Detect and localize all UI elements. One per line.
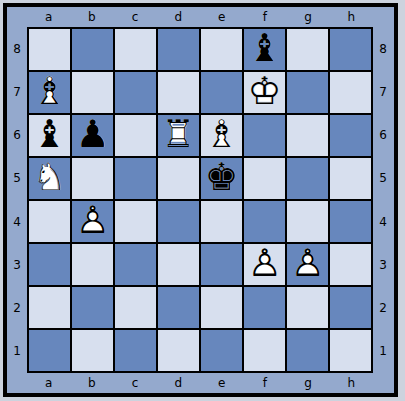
file-label-a: a [27,7,70,27]
black-king[interactable]: ♔♚ [201,158,242,199]
file-label-h: h [330,7,373,27]
file-label-f: f [243,7,286,27]
square-g1[interactable] [287,330,328,371]
square-d3[interactable] [158,244,199,285]
square-a2[interactable] [29,287,70,328]
square-b5[interactable] [72,158,113,199]
square-g6[interactable] [287,115,328,156]
rank-label-8: 8 [7,27,27,70]
white-bishop[interactable]: ♝♗ [201,115,242,156]
square-a8[interactable] [29,29,70,70]
square-e7[interactable] [201,72,242,113]
file-label-b: b [70,373,113,393]
white-king-outline: ♔ [247,72,281,110]
white-rook[interactable]: ♜♖ [158,115,199,156]
rank-label-8: 8 [373,27,393,70]
rank-labels-left: 87654321 [7,27,27,373]
square-g3[interactable]: ♟♙ [287,244,328,285]
rank-label-2: 2 [373,287,393,330]
square-c6[interactable] [115,115,156,156]
white-rook-fill: ♜ [161,115,195,153]
square-e3[interactable] [201,244,242,285]
square-d1[interactable] [158,330,199,371]
square-a6[interactable]: ♗♝ [29,115,70,156]
white-knight[interactable]: ♞♘ [29,158,70,199]
square-b4[interactable]: ♟♙ [72,201,113,242]
square-g8[interactable] [287,29,328,70]
square-b6[interactable]: ♙♟ [72,115,113,156]
file-label-d: d [157,373,200,393]
rank-label-6: 6 [373,114,393,157]
square-f8[interactable]: ♗♝ [244,29,285,70]
rank-label-5: 5 [7,157,27,200]
square-h4[interactable] [330,201,371,242]
file-label-c: c [114,373,157,393]
file-labels-bottom: abcdefgh [7,373,394,393]
file-label-b: b [70,7,113,27]
white-pawn[interactable]: ♟♙ [244,244,285,285]
black-pawn-outline: ♙ [75,115,109,153]
square-b3[interactable] [72,244,113,285]
square-h7[interactable] [330,72,371,113]
square-h5[interactable] [330,158,371,199]
white-pawn-fill: ♟ [247,244,281,282]
file-label-g: g [287,7,330,27]
white-bishop-outline: ♗ [204,115,238,153]
rank-label-7: 7 [373,70,393,113]
black-king-fill: ♚ [204,158,238,196]
black-bishop-fill: ♝ [32,115,66,153]
square-b1[interactable] [72,330,113,371]
white-pawn-outline: ♙ [290,244,324,282]
rank-label-6: 6 [7,114,27,157]
square-f6[interactable] [244,115,285,156]
rank-label-3: 3 [7,243,27,286]
white-pawn[interactable]: ♟♙ [72,201,113,242]
white-king[interactable]: ♚♔ [244,72,285,113]
black-king-outline: ♔ [204,158,238,196]
white-pawn-fill: ♟ [290,244,324,282]
square-d6[interactable]: ♜♖ [158,115,199,156]
file-label-g: g [287,373,330,393]
square-d7[interactable] [158,72,199,113]
black-bishop-outline: ♗ [32,115,66,153]
square-f3[interactable]: ♟♙ [244,244,285,285]
square-g7[interactable] [287,72,328,113]
black-bishop-outline: ♗ [247,29,281,67]
white-pawn[interactable]: ♟♙ [287,244,328,285]
file-label-h: h [330,373,373,393]
board-frame: abcdefgh 87654321 ♗♝♝♗♚♔♗♝♙♟♜♖♝♗♞♘♔♚♟♙♟♙… [3,3,398,397]
rank-label-2: 2 [7,287,27,330]
square-e1[interactable] [201,330,242,371]
rank-label-3: 3 [373,243,393,286]
black-bishop[interactable]: ♗♝ [244,29,285,70]
square-c1[interactable] [115,330,156,371]
square-a7[interactable]: ♝♗ [29,72,70,113]
square-h1[interactable] [330,330,371,371]
black-pawn-fill: ♟ [75,115,109,153]
white-pawn-outline: ♙ [75,201,109,239]
black-bishop[interactable]: ♗♝ [29,115,70,156]
square-a4[interactable] [29,201,70,242]
square-c3[interactable] [115,244,156,285]
square-d8[interactable] [158,29,199,70]
square-g5[interactable] [287,158,328,199]
square-c2[interactable] [115,287,156,328]
file-label-c: c [114,7,157,27]
square-d2[interactable] [158,287,199,328]
file-label-d: d [157,7,200,27]
square-b8[interactable] [72,29,113,70]
black-pawn[interactable]: ♙♟ [72,115,113,156]
white-bishop-fill: ♝ [32,72,66,110]
square-e8[interactable] [201,29,242,70]
file-labels-top: abcdefgh [7,7,394,27]
white-knight-outline: ♘ [32,158,66,196]
square-a3[interactable] [29,244,70,285]
square-c4[interactable] [115,201,156,242]
square-e2[interactable] [201,287,242,328]
white-rook-outline: ♖ [161,115,195,153]
file-label-e: e [200,7,243,27]
square-b7[interactable] [72,72,113,113]
square-f4[interactable] [244,201,285,242]
square-e4[interactable] [201,201,242,242]
rank-label-5: 5 [373,157,393,200]
square-a5[interactable]: ♞♘ [29,158,70,199]
file-label-f: f [243,373,286,393]
square-e6[interactable]: ♝♗ [201,115,242,156]
black-bishop-fill: ♝ [247,29,281,67]
square-g2[interactable] [287,287,328,328]
square-f5[interactable] [244,158,285,199]
square-a1[interactable] [29,330,70,371]
square-f1[interactable] [244,330,285,371]
square-d4[interactable] [158,201,199,242]
rank-label-1: 1 [373,330,393,373]
white-bishop-fill: ♝ [204,115,238,153]
square-h6[interactable] [330,115,371,156]
square-f7[interactable]: ♚♔ [244,72,285,113]
square-h3[interactable] [330,244,371,285]
white-bishop-outline: ♗ [32,72,66,110]
square-h2[interactable] [330,287,371,328]
rank-label-1: 1 [7,330,27,373]
white-pawn-fill: ♟ [75,201,109,239]
rank-labels-right: 87654321 [373,27,393,373]
square-c5[interactable] [115,158,156,199]
file-label-e: e [200,373,243,393]
rank-label-7: 7 [7,70,27,113]
chess-board: ♗♝♝♗♚♔♗♝♙♟♜♖♝♗♞♘♔♚♟♙♟♙♟♙ [27,27,373,373]
square-b2[interactable] [72,287,113,328]
white-pawn-outline: ♙ [247,244,281,282]
square-h8[interactable] [330,29,371,70]
square-e5[interactable]: ♔♚ [201,158,242,199]
square-c8[interactable] [115,29,156,70]
white-king-fill: ♚ [247,72,281,110]
white-knight-fill: ♞ [32,158,66,196]
board-margin: abcdefgh 87654321 ♗♝♝♗♚♔♗♝♙♟♜♖♝♗♞♘♔♚♟♙♟♙… [7,7,394,393]
rank-label-4: 4 [373,200,393,243]
white-bishop[interactable]: ♝♗ [29,72,70,113]
rank-label-4: 4 [7,200,27,243]
square-d5[interactable] [158,158,199,199]
square-g4[interactable] [287,201,328,242]
square-f2[interactable] [244,287,285,328]
file-label-a: a [27,373,70,393]
square-c7[interactable] [115,72,156,113]
